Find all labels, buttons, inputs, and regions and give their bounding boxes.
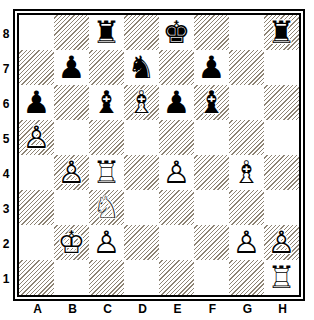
square-d2[interactable]	[124, 225, 159, 260]
square-d6[interactable]: ♗	[124, 85, 159, 120]
square-b2[interactable]: ♔	[54, 225, 89, 260]
square-e2[interactable]	[159, 225, 194, 260]
white-pawn-piece[interactable]: ♙	[23, 122, 51, 153]
square-f4[interactable]	[194, 155, 229, 190]
square-b1[interactable]	[54, 260, 89, 295]
file-label-b: B	[55, 302, 90, 316]
square-a5[interactable]: ♙	[19, 120, 54, 155]
square-d4[interactable]	[124, 155, 159, 190]
square-a3[interactable]	[19, 190, 54, 225]
file-label-d: D	[125, 302, 160, 316]
square-e3[interactable]	[159, 190, 194, 225]
black-bishop-piece[interactable]: ♝	[198, 87, 226, 118]
black-king-piece[interactable]: ♚	[163, 17, 191, 48]
square-d3[interactable]	[124, 190, 159, 225]
black-rook-piece[interactable]: ♜	[268, 17, 296, 48]
white-rook-piece[interactable]: ♖	[268, 262, 296, 293]
square-e1[interactable]	[159, 260, 194, 295]
board-frame: ♜♚♜♟♞♟♟♝♗♟♝♙♙♖♙♗♘♔♙♙♙♖	[13, 9, 305, 301]
square-d1[interactable]	[124, 260, 159, 295]
square-c3[interactable]: ♘	[89, 190, 124, 225]
square-f6[interactable]: ♝	[194, 85, 229, 120]
square-a7[interactable]	[19, 50, 54, 85]
square-e5[interactable]	[159, 120, 194, 155]
square-c1[interactable]	[89, 260, 124, 295]
rank-label-5: 5	[0, 121, 12, 156]
rank-label-4: 4	[0, 156, 12, 191]
square-b3[interactable]	[54, 190, 89, 225]
rank-label-8: 8	[0, 16, 12, 51]
square-f7[interactable]: ♟	[194, 50, 229, 85]
square-f2[interactable]	[194, 225, 229, 260]
white-pawn-piece[interactable]: ♙	[268, 227, 296, 258]
chess-diagram: 87654321 ♜♚♜♟♞♟♟♝♗♟♝♙♙♖♙♗♘♔♙♙♙♖ ABCDEFGH	[0, 0, 314, 320]
rank-label-7: 7	[0, 51, 12, 86]
black-pawn-piece[interactable]: ♟	[163, 87, 191, 118]
square-h7[interactable]	[264, 50, 299, 85]
rank-label-1: 1	[0, 261, 12, 296]
square-e4[interactable]: ♙	[159, 155, 194, 190]
black-pawn-piece[interactable]: ♟	[198, 52, 226, 83]
square-g3[interactable]	[229, 190, 264, 225]
square-e8[interactable]: ♚	[159, 15, 194, 50]
square-a6[interactable]: ♟	[19, 85, 54, 120]
square-b4[interactable]: ♙	[54, 155, 89, 190]
square-g1[interactable]	[229, 260, 264, 295]
black-pawn-piece[interactable]: ♟	[58, 52, 86, 83]
black-knight-piece[interactable]: ♞	[128, 52, 156, 83]
file-label-g: G	[230, 302, 265, 316]
square-a2[interactable]	[19, 225, 54, 260]
square-h5[interactable]	[264, 120, 299, 155]
white-bishop-piece[interactable]: ♗	[128, 87, 156, 118]
square-e7[interactable]	[159, 50, 194, 85]
rank-label-3: 3	[0, 191, 12, 226]
square-c5[interactable]	[89, 120, 124, 155]
square-c4[interactable]: ♖	[89, 155, 124, 190]
square-f3[interactable]	[194, 190, 229, 225]
square-g4[interactable]: ♗	[229, 155, 264, 190]
square-g5[interactable]	[229, 120, 264, 155]
square-a4[interactable]	[19, 155, 54, 190]
white-rook-piece[interactable]: ♖	[93, 157, 121, 188]
square-d7[interactable]: ♞	[124, 50, 159, 85]
white-bishop-piece[interactable]: ♗	[233, 157, 261, 188]
square-d8[interactable]	[124, 15, 159, 50]
square-c7[interactable]	[89, 50, 124, 85]
chess-board: ♜♚♜♟♞♟♟♝♗♟♝♙♙♖♙♗♘♔♙♙♙♖	[17, 13, 301, 297]
square-d5[interactable]	[124, 120, 159, 155]
square-f1[interactable]	[194, 260, 229, 295]
square-e6[interactable]: ♟	[159, 85, 194, 120]
white-pawn-piece[interactable]: ♙	[163, 157, 191, 188]
square-g7[interactable]	[229, 50, 264, 85]
square-h2[interactable]: ♙	[264, 225, 299, 260]
square-f5[interactable]	[194, 120, 229, 155]
square-c2[interactable]: ♙	[89, 225, 124, 260]
square-b6[interactable]	[54, 85, 89, 120]
white-knight-piece[interactable]: ♘	[93, 192, 121, 223]
square-h8[interactable]: ♜	[264, 15, 299, 50]
square-c6[interactable]: ♝	[89, 85, 124, 120]
white-pawn-piece[interactable]: ♙	[93, 227, 121, 258]
square-g8[interactable]	[229, 15, 264, 50]
white-pawn-piece[interactable]: ♙	[233, 227, 261, 258]
file-label-f: F	[195, 302, 230, 316]
square-a1[interactable]	[19, 260, 54, 295]
square-b5[interactable]	[54, 120, 89, 155]
black-bishop-piece[interactable]: ♝	[93, 87, 121, 118]
file-label-a: A	[20, 302, 55, 316]
square-a8[interactable]	[19, 15, 54, 50]
rank-label-2: 2	[0, 226, 12, 261]
rank-labels: 87654321	[0, 16, 12, 296]
square-g2[interactable]: ♙	[229, 225, 264, 260]
square-g6[interactable]	[229, 85, 264, 120]
square-h3[interactable]	[264, 190, 299, 225]
square-h4[interactable]	[264, 155, 299, 190]
file-label-c: C	[90, 302, 125, 316]
white-pawn-piece[interactable]: ♙	[58, 157, 86, 188]
black-pawn-piece[interactable]: ♟	[23, 87, 51, 118]
square-b7[interactable]: ♟	[54, 50, 89, 85]
rank-label-6: 6	[0, 86, 12, 121]
square-c8[interactable]: ♜	[89, 15, 124, 50]
white-king-piece[interactable]: ♔	[58, 227, 86, 258]
file-labels: ABCDEFGH	[20, 302, 300, 316]
file-label-h: H	[265, 302, 300, 316]
file-label-e: E	[160, 302, 195, 316]
square-b8[interactable]	[54, 15, 89, 50]
square-h1[interactable]: ♖	[264, 260, 299, 295]
square-f8[interactable]	[194, 15, 229, 50]
square-h6[interactable]	[264, 85, 299, 120]
black-rook-piece[interactable]: ♜	[93, 17, 121, 48]
